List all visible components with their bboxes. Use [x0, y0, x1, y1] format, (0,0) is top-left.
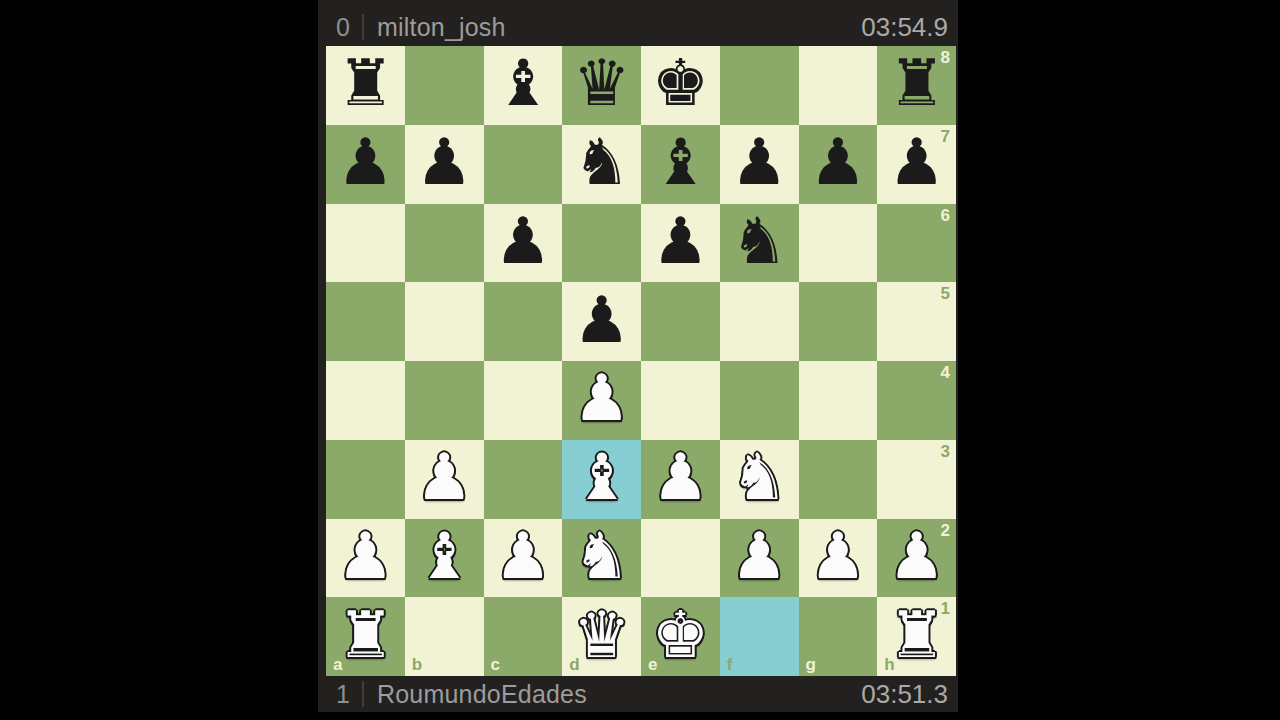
square-a7[interactable]: ♟ [326, 125, 405, 204]
piece-black-pawn: ♟ [337, 130, 394, 194]
square-b4[interactable] [405, 361, 484, 440]
square-f6[interactable]: ♞ [720, 204, 799, 283]
square-e3[interactable]: ♟ [641, 440, 720, 519]
piece-white-rook: ♜ [337, 603, 394, 667]
piece-black-king: ♚ [652, 51, 709, 115]
square-a6[interactable] [326, 204, 405, 283]
square-c3[interactable] [484, 440, 563, 519]
piece-black-pawn: ♟ [809, 130, 866, 194]
square-e6[interactable]: ♟ [641, 204, 720, 283]
piece-white-rook: ♜ [888, 603, 945, 667]
square-c7[interactable] [484, 125, 563, 204]
square-b1[interactable]: b [405, 597, 484, 676]
bottom-player-clock: 03:51.3 [861, 679, 948, 710]
bottom-player-bar: 1 RoumundoEdades 03:51.3 [318, 676, 958, 712]
piece-white-pawn: ♟ [573, 366, 630, 430]
chess-board: ♜♝♛♚♜8♟♟♞♝♟♟♟7♟♟♞6♟5♟4♟♝♟♞3♟♝♟♞♟♟♟2♜abc♛… [326, 46, 956, 676]
piece-white-king: ♚ [652, 603, 709, 667]
top-player-score: 0 [334, 13, 352, 42]
square-b3[interactable]: ♟ [405, 440, 484, 519]
rank-label-4: 4 [941, 364, 950, 381]
piece-black-queen: ♛ [573, 51, 630, 115]
piece-black-rook: ♜ [337, 51, 394, 115]
square-a3[interactable] [326, 440, 405, 519]
rank-label-3: 3 [941, 443, 950, 460]
square-h2[interactable]: ♟2 [877, 519, 956, 598]
rank-label-2: 2 [941, 522, 950, 539]
chess-app: 0 milton_josh 03:54.9 ♜♝♛♚♜8♟♟♞♝♟♟♟7♟♟♞6… [318, 0, 958, 712]
square-c5[interactable] [484, 282, 563, 361]
square-g6[interactable] [799, 204, 878, 283]
square-h5[interactable]: 5 [877, 282, 956, 361]
square-c1[interactable]: c [484, 597, 563, 676]
rank-label-1: 1 [941, 600, 950, 617]
piece-white-pawn: ♟ [888, 524, 945, 588]
piece-white-pawn: ♟ [494, 524, 551, 588]
square-d8[interactable]: ♛ [562, 46, 641, 125]
square-d6[interactable] [562, 204, 641, 283]
square-b5[interactable] [405, 282, 484, 361]
piece-white-knight: ♞ [573, 524, 630, 588]
square-f4[interactable] [720, 361, 799, 440]
square-f2[interactable]: ♟ [720, 519, 799, 598]
square-f3[interactable]: ♞ [720, 440, 799, 519]
piece-black-pawn: ♟ [730, 130, 787, 194]
file-label-h: h [884, 656, 894, 673]
piece-black-bishop: ♝ [494, 51, 551, 115]
square-g2[interactable]: ♟ [799, 519, 878, 598]
rank-label-5: 5 [941, 285, 950, 302]
square-a1[interactable]: ♜a [326, 597, 405, 676]
piece-white-knight: ♞ [730, 445, 787, 509]
score-separator [362, 14, 364, 40]
square-f1[interactable]: f [720, 597, 799, 676]
square-b2[interactable]: ♝ [405, 519, 484, 598]
piece-black-pawn: ♟ [652, 209, 709, 273]
piece-white-pawn: ♟ [415, 445, 472, 509]
square-b8[interactable] [405, 46, 484, 125]
square-d4[interactable]: ♟ [562, 361, 641, 440]
piece-white-bishop: ♝ [573, 445, 630, 509]
square-h3[interactable]: 3 [877, 440, 956, 519]
piece-black-pawn: ♟ [494, 209, 551, 273]
square-c6[interactable]: ♟ [484, 204, 563, 283]
rank-label-6: 6 [941, 207, 950, 224]
file-label-a: a [333, 656, 342, 673]
bottom-player-score: 1 [334, 680, 352, 709]
square-e2[interactable] [641, 519, 720, 598]
square-h4[interactable]: 4 [877, 361, 956, 440]
rank-label-7: 7 [941, 128, 950, 145]
square-e1[interactable]: ♚e [641, 597, 720, 676]
square-f8[interactable] [720, 46, 799, 125]
square-c2[interactable]: ♟ [484, 519, 563, 598]
rank-label-8: 8 [941, 49, 950, 66]
square-f7[interactable]: ♟ [720, 125, 799, 204]
square-g5[interactable] [799, 282, 878, 361]
square-e4[interactable] [641, 361, 720, 440]
square-c8[interactable]: ♝ [484, 46, 563, 125]
square-d2[interactable]: ♞ [562, 519, 641, 598]
file-label-g: g [806, 656, 816, 673]
square-d5[interactable]: ♟ [562, 282, 641, 361]
square-g3[interactable] [799, 440, 878, 519]
score-separator [362, 681, 364, 707]
square-f5[interactable] [720, 282, 799, 361]
bottom-player-name: RoumundoEdades [377, 680, 587, 709]
piece-black-pawn: ♟ [573, 288, 630, 352]
square-c4[interactable] [484, 361, 563, 440]
square-e5[interactable] [641, 282, 720, 361]
piece-white-pawn: ♟ [337, 524, 394, 588]
square-h6[interactable]: 6 [877, 204, 956, 283]
square-g7[interactable]: ♟ [799, 125, 878, 204]
square-a8[interactable]: ♜ [326, 46, 405, 125]
piece-white-bishop: ♝ [415, 524, 472, 588]
top-player-name: milton_josh [377, 13, 506, 42]
square-h8[interactable]: ♜8 [877, 46, 956, 125]
square-a4[interactable] [326, 361, 405, 440]
piece-white-pawn: ♟ [652, 445, 709, 509]
square-d3[interactable]: ♝ [562, 440, 641, 519]
file-label-d: d [569, 656, 579, 673]
top-player-bar: 0 milton_josh 03:54.9 [318, 0, 958, 46]
square-b6[interactable] [405, 204, 484, 283]
square-h1[interactable]: ♜h1 [877, 597, 956, 676]
piece-black-pawn: ♟ [888, 130, 945, 194]
top-player-clock: 03:54.9 [861, 12, 948, 43]
square-g8[interactable] [799, 46, 878, 125]
square-e7[interactable]: ♝ [641, 125, 720, 204]
square-a2[interactable]: ♟ [326, 519, 405, 598]
piece-white-pawn: ♟ [730, 524, 787, 588]
square-d1[interactable]: ♛d [562, 597, 641, 676]
square-b7[interactable]: ♟ [405, 125, 484, 204]
square-e8[interactable]: ♚ [641, 46, 720, 125]
square-g4[interactable] [799, 361, 878, 440]
piece-white-pawn: ♟ [809, 524, 866, 588]
piece-black-knight: ♞ [730, 209, 787, 273]
square-g1[interactable]: g [799, 597, 878, 676]
square-h7[interactable]: ♟7 [877, 125, 956, 204]
piece-black-rook: ♜ [888, 51, 945, 115]
file-label-f: f [727, 656, 733, 673]
file-label-b: b [412, 656, 422, 673]
file-label-c: c [491, 656, 500, 673]
piece-black-knight: ♞ [573, 130, 630, 194]
file-label-e: e [648, 656, 657, 673]
piece-white-queen: ♛ [573, 603, 630, 667]
piece-black-bishop: ♝ [652, 130, 709, 194]
square-a5[interactable] [326, 282, 405, 361]
square-d7[interactable]: ♞ [562, 125, 641, 204]
piece-black-pawn: ♟ [415, 130, 472, 194]
